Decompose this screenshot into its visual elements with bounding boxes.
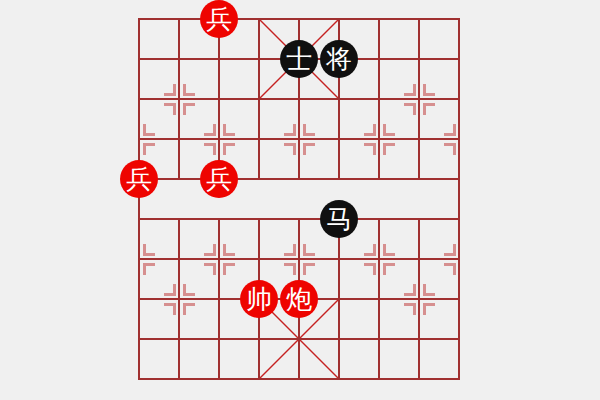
board-cell-r4c5[interactable] bbox=[319, 159, 359, 199]
board-cell-r9c5[interactable] bbox=[319, 359, 359, 399]
board-cell-r5c2[interactable] bbox=[199, 199, 239, 239]
board-cell-r3c8[interactable] bbox=[439, 119, 479, 159]
board-cell-r4c1[interactable] bbox=[159, 159, 199, 199]
board-cell-r2c0[interactable] bbox=[119, 79, 159, 119]
piece-red-soldier[interactable]: 兵 bbox=[200, 160, 238, 198]
board-cell-r2c3[interactable] bbox=[239, 79, 279, 119]
board-cell-r2c6[interactable] bbox=[359, 79, 399, 119]
board-cell-r9c2[interactable] bbox=[199, 359, 239, 399]
board-cell-r4c7[interactable] bbox=[399, 159, 439, 199]
board-cell-r7c5[interactable] bbox=[319, 279, 359, 319]
board-cell-r3c3[interactable] bbox=[239, 119, 279, 159]
board-cell-r4c3[interactable] bbox=[239, 159, 279, 199]
board-cell-r3c1[interactable] bbox=[159, 119, 199, 159]
board-cell-r9c3[interactable] bbox=[239, 359, 279, 399]
piece-black-advisor[interactable]: 士 bbox=[280, 40, 318, 78]
board-cell-r1c0[interactable] bbox=[119, 39, 159, 79]
piece-black-general[interactable]: 将 bbox=[320, 40, 358, 78]
board-cell-r0c7[interactable] bbox=[399, 0, 439, 39]
board-cell-r4c2[interactable]: 兵 bbox=[199, 159, 239, 199]
board-cell-r4c0[interactable]: 兵 bbox=[119, 159, 159, 199]
board-cell-r9c7[interactable] bbox=[399, 359, 439, 399]
board-cell-r6c0[interactable] bbox=[119, 239, 159, 279]
board-cell-r2c7[interactable] bbox=[399, 79, 439, 119]
board-cell-r6c7[interactable] bbox=[399, 239, 439, 279]
board-cell-r1c5[interactable]: 将 bbox=[319, 39, 359, 79]
board-cell-r8c6[interactable] bbox=[359, 319, 399, 359]
board-cell-r7c3[interactable]: 帅 bbox=[239, 279, 279, 319]
xiangqi-diagram: 兵士将兵兵马帅炮 bbox=[0, 0, 600, 400]
board-cell-r1c7[interactable] bbox=[399, 39, 439, 79]
board-grid: 兵士将兵兵马帅炮 bbox=[119, 0, 479, 399]
board-cell-r5c3[interactable] bbox=[239, 199, 279, 239]
board-cell-r8c4[interactable] bbox=[279, 319, 319, 359]
board-cell-r8c2[interactable] bbox=[199, 319, 239, 359]
board-cell-r9c4[interactable] bbox=[279, 359, 319, 399]
board-cell-r5c6[interactable] bbox=[359, 199, 399, 239]
board-cell-r8c7[interactable] bbox=[399, 319, 439, 359]
board-cell-r2c5[interactable] bbox=[319, 79, 359, 119]
board-cell-r5c1[interactable] bbox=[159, 199, 199, 239]
board-cell-r3c7[interactable] bbox=[399, 119, 439, 159]
board-cell-r4c8[interactable] bbox=[439, 159, 479, 199]
board-cell-r7c1[interactable] bbox=[159, 279, 199, 319]
board-cell-r9c8[interactable] bbox=[439, 359, 479, 399]
board-cell-r5c5[interactable]: 马 bbox=[319, 199, 359, 239]
board-cell-r1c3[interactable] bbox=[239, 39, 279, 79]
piece-red-cannon[interactable]: 炮 bbox=[280, 280, 318, 318]
board-cell-r7c4[interactable]: 炮 bbox=[279, 279, 319, 319]
board-cell-r9c0[interactable] bbox=[119, 359, 159, 399]
board-cell-r9c1[interactable] bbox=[159, 359, 199, 399]
board-cell-r8c1[interactable] bbox=[159, 319, 199, 359]
board-cell-r6c1[interactable] bbox=[159, 239, 199, 279]
board-cell-r5c4[interactable] bbox=[279, 199, 319, 239]
board-cell-r3c4[interactable] bbox=[279, 119, 319, 159]
board-cell-r1c2[interactable] bbox=[199, 39, 239, 79]
board-cell-r0c2[interactable]: 兵 bbox=[199, 0, 239, 39]
board-cell-r2c2[interactable] bbox=[199, 79, 239, 119]
piece-black-horse[interactable]: 马 bbox=[320, 200, 358, 238]
board-cell-r7c7[interactable] bbox=[399, 279, 439, 319]
board-cell-r6c8[interactable] bbox=[439, 239, 479, 279]
piece-red-general[interactable]: 帅 bbox=[240, 280, 278, 318]
board-cell-r7c6[interactable] bbox=[359, 279, 399, 319]
board-cell-r3c6[interactable] bbox=[359, 119, 399, 159]
board-cell-r9c6[interactable] bbox=[359, 359, 399, 399]
board-cell-r3c0[interactable] bbox=[119, 119, 159, 159]
board-cell-r6c2[interactable] bbox=[199, 239, 239, 279]
board-cell-r1c4[interactable]: 士 bbox=[279, 39, 319, 79]
board-cell-r5c8[interactable] bbox=[439, 199, 479, 239]
board-cell-r1c6[interactable] bbox=[359, 39, 399, 79]
board-cell-r0c4[interactable] bbox=[279, 0, 319, 39]
board-cell-r7c2[interactable] bbox=[199, 279, 239, 319]
board-cell-r0c1[interactable] bbox=[159, 0, 199, 39]
board-cell-r4c4[interactable] bbox=[279, 159, 319, 199]
board-cell-r2c8[interactable] bbox=[439, 79, 479, 119]
board-cell-r3c5[interactable] bbox=[319, 119, 359, 159]
board-cell-r7c0[interactable] bbox=[119, 279, 159, 319]
board-cell-r6c3[interactable] bbox=[239, 239, 279, 279]
board-cell-r7c8[interactable] bbox=[439, 279, 479, 319]
board-cell-r6c6[interactable] bbox=[359, 239, 399, 279]
piece-red-soldier[interactable]: 兵 bbox=[200, 0, 238, 38]
board-cell-r0c6[interactable] bbox=[359, 0, 399, 39]
board-cell-r5c0[interactable] bbox=[119, 199, 159, 239]
board-cell-r8c8[interactable] bbox=[439, 319, 479, 359]
board-cell-r0c0[interactable] bbox=[119, 0, 159, 39]
board-cell-r4c6[interactable] bbox=[359, 159, 399, 199]
board-cell-r8c5[interactable] bbox=[319, 319, 359, 359]
board-cell-r6c4[interactable] bbox=[279, 239, 319, 279]
board-cell-r1c1[interactable] bbox=[159, 39, 199, 79]
board-cell-r8c0[interactable] bbox=[119, 319, 159, 359]
board-cell-r3c2[interactable] bbox=[199, 119, 239, 159]
board-cell-r8c3[interactable] bbox=[239, 319, 279, 359]
board-cell-r0c5[interactable] bbox=[319, 0, 359, 39]
piece-red-soldier[interactable]: 兵 bbox=[120, 160, 158, 198]
board-cell-r1c8[interactable] bbox=[439, 39, 479, 79]
board-cell-r0c3[interactable] bbox=[239, 0, 279, 39]
board-cell-r0c8[interactable] bbox=[439, 0, 479, 39]
board-cell-r5c7[interactable] bbox=[399, 199, 439, 239]
board-cell-r2c4[interactable] bbox=[279, 79, 319, 119]
board-cell-r6c5[interactable] bbox=[319, 239, 359, 279]
board-cell-r2c1[interactable] bbox=[159, 79, 199, 119]
